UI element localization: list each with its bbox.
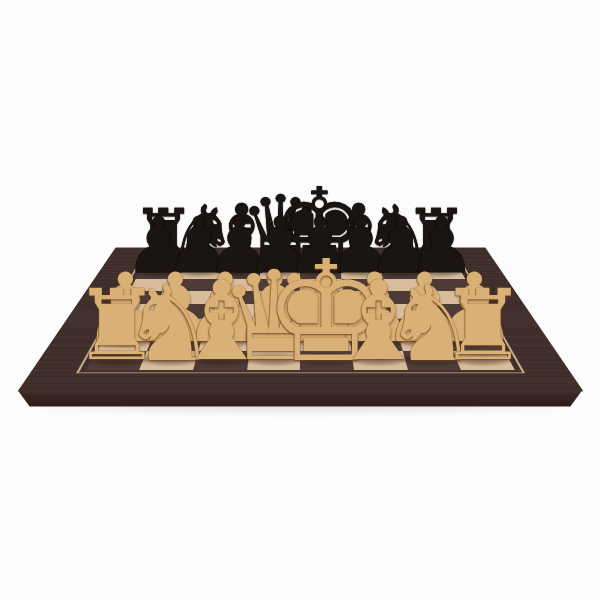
chess-photo-scene: ♜♞♝♛♚♝♞♜♟♟♟♟♟♟♟♟♟♟♟♟♟♟♟♟♜♞♝♛♚♝♞♜ xyxy=(0,0,600,600)
piece-white-rook[interactable]: ♜ xyxy=(434,277,532,375)
pieces-layer: ♜♞♝♛♚♝♞♜♟♟♟♟♟♟♟♟♟♟♟♟♟♟♟♟♜♞♝♛♚♝♞♜ xyxy=(0,0,600,600)
